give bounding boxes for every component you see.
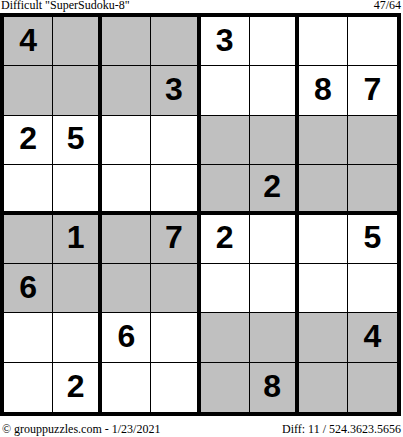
cell-r5c3[interactable] [102,215,151,264]
given-digit-2: 2 [67,370,85,405]
given-digit-4: 4 [19,24,37,59]
cell-r1c2[interactable] [53,17,102,66]
given-digit-8: 8 [263,370,281,405]
cell-r8c3[interactable] [102,363,151,412]
cell-r8c8[interactable] [348,363,397,412]
given-digit-8: 8 [314,73,332,108]
cell-r1c3[interactable] [102,17,151,66]
cell-r7c2[interactable] [53,313,102,362]
cell-r7c4[interactable] [151,313,200,362]
cell-r7c3[interactable]: 6 [102,313,151,362]
cell-r8c4[interactable] [151,363,200,412]
cell-r1c8[interactable] [348,17,397,66]
cell-r2c4[interactable]: 3 [151,66,200,115]
cell-r1c5[interactable]: 3 [201,17,250,66]
sudoku-board: 43387252172566428 [0,13,401,416]
given-digit-7: 7 [364,73,382,108]
cell-r4c8[interactable] [348,165,397,214]
cell-r5c2[interactable]: 1 [53,215,102,264]
cell-r8c6[interactable]: 8 [250,363,299,412]
cell-r4c4[interactable] [151,165,200,214]
given-digit-5: 5 [364,221,382,256]
cell-r5c6[interactable] [250,215,299,264]
puzzle-title: Difficult "SuperSudoku-8" [1,0,130,12]
cell-r3c7[interactable] [299,116,348,165]
cell-r7c8[interactable]: 4 [348,313,397,362]
cell-r5c5[interactable]: 2 [201,215,250,264]
cell-r2c1[interactable] [4,66,53,115]
header: Difficult "SuperSudoku-8" 47/64 [1,0,401,12]
cell-r6c5[interactable] [201,264,250,313]
cell-r2c8[interactable]: 7 [348,66,397,115]
cell-r6c2[interactable] [53,264,102,313]
given-digit-4: 4 [364,320,382,355]
copyright-date-text: © grouppuzzles.com - 1/23/2021 [2,422,160,436]
cell-r3c1[interactable]: 2 [4,116,53,165]
cell-r2c6[interactable] [250,66,299,115]
cell-r2c3[interactable] [102,66,151,115]
cell-r8c5[interactable] [201,363,250,412]
cell-r1c6[interactable] [250,17,299,66]
cell-r4c6[interactable]: 2 [250,165,299,214]
cell-r4c3[interactable] [102,165,151,214]
footer: © grouppuzzles.com - 1/23/2021 Diff: 11 … [2,422,401,436]
cell-r3c5[interactable] [201,116,250,165]
given-digit-6: 6 [117,320,135,355]
cell-r4c2[interactable] [53,165,102,214]
cell-r3c4[interactable] [151,116,200,165]
cell-r4c1[interactable] [4,165,53,214]
cell-r5c8[interactable]: 5 [348,215,397,264]
cell-r5c4[interactable]: 7 [151,215,200,264]
cell-r1c4[interactable] [151,17,200,66]
cell-r3c8[interactable] [348,116,397,165]
given-digit-7: 7 [165,221,183,256]
cell-r1c7[interactable] [299,17,348,66]
cell-r5c1[interactable] [4,215,53,264]
cell-r2c5[interactable] [201,66,250,115]
cell-r3c3[interactable] [102,116,151,165]
given-digit-1: 1 [67,221,85,256]
cell-r6c1[interactable]: 6 [4,264,53,313]
given-digit-2: 2 [263,170,281,205]
cell-r4c7[interactable] [299,165,348,214]
given-digit-6: 6 [19,271,37,306]
cell-r7c1[interactable] [4,313,53,362]
cell-r6c8[interactable] [348,264,397,313]
cell-r2c7[interactable]: 8 [299,66,348,115]
cell-r3c6[interactable] [250,116,299,165]
difficulty-rating-text: Diff: 11 / 524.3623.5656 [282,422,401,436]
given-digit-3: 3 [165,73,183,108]
cell-r7c7[interactable] [299,313,348,362]
given-digit-2: 2 [19,122,37,157]
cell-r6c6[interactable] [250,264,299,313]
cell-r7c6[interactable] [250,313,299,362]
given-digit-3: 3 [216,24,234,59]
cell-r1c1[interactable]: 4 [4,17,53,66]
empty-cell-counter: 47/64 [374,0,401,12]
cell-r8c7[interactable] [299,363,348,412]
cell-r6c4[interactable] [151,264,200,313]
cell-r6c3[interactable] [102,264,151,313]
cell-r2c2[interactable] [53,66,102,115]
cell-r8c1[interactable] [4,363,53,412]
cell-r4c5[interactable] [201,165,250,214]
given-digit-5: 5 [67,122,85,157]
cell-r6c7[interactable] [299,264,348,313]
cell-r7c5[interactable] [201,313,250,362]
cell-r8c2[interactable]: 2 [53,363,102,412]
cell-r3c2[interactable]: 5 [53,116,102,165]
cell-r5c7[interactable] [299,215,348,264]
puzzle-page: Difficult "SuperSudoku-8" 47/64 43387252… [0,0,403,437]
given-digit-2: 2 [216,221,234,256]
